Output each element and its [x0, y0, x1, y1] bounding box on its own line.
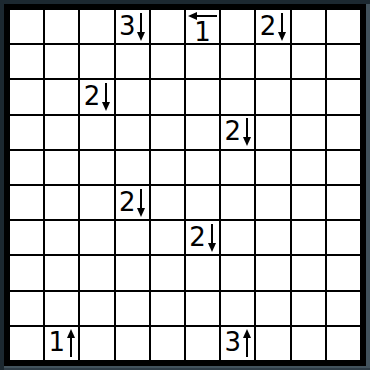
cell-r1c3[interactable] — [80, 10, 113, 43]
cell-r7c8[interactable] — [256, 221, 289, 254]
cell-r4c5[interactable] — [151, 116, 184, 149]
up-arrow-icon — [243, 329, 251, 357]
cell-r5c4[interactable] — [116, 151, 149, 184]
cell-r8c3[interactable] — [80, 256, 113, 289]
cell-r3c1[interactable] — [10, 80, 43, 113]
cell-r7c6: 2 — [186, 221, 219, 254]
cell-r9c3[interactable] — [80, 292, 113, 325]
clue-number: 2 — [119, 189, 136, 215]
cell-r6c6[interactable] — [186, 186, 219, 219]
clue-number: 2 — [189, 224, 206, 250]
cell-r10c4[interactable] — [116, 327, 149, 360]
cell-r4c10[interactable] — [327, 116, 360, 149]
cell-r8c6[interactable] — [186, 256, 219, 289]
cell-r3c9[interactable] — [292, 80, 325, 113]
cell-r1c5[interactable] — [151, 10, 184, 43]
cell-r7c5[interactable] — [151, 221, 184, 254]
cell-r9c9[interactable] — [292, 292, 325, 325]
cell-r8c2[interactable] — [45, 256, 78, 289]
cell-r9c2[interactable] — [45, 292, 78, 325]
cell-r4c9[interactable] — [292, 116, 325, 149]
cell-r4c4[interactable] — [116, 116, 149, 149]
cell-r5c3[interactable] — [80, 151, 113, 184]
cell-r9c5[interactable] — [151, 292, 184, 325]
cell-r5c10[interactable] — [327, 151, 360, 184]
cell-r5c7[interactable] — [221, 151, 254, 184]
cell-r10c3[interactable] — [80, 327, 113, 360]
cell-r6c4: 2 — [116, 186, 149, 219]
cell-r10c2: 1 — [45, 327, 78, 360]
cell-r6c8[interactable] — [256, 186, 289, 219]
puzzle-frame: 312222213 — [0, 0, 370, 370]
cell-r2c5[interactable] — [151, 45, 184, 78]
cell-r9c8[interactable] — [256, 292, 289, 325]
cell-r5c5[interactable] — [151, 151, 184, 184]
cell-r10c10[interactable] — [327, 327, 360, 360]
cell-r5c1[interactable] — [10, 151, 43, 184]
cell-r2c8[interactable] — [256, 45, 289, 78]
cell-r5c9[interactable] — [292, 151, 325, 184]
cell-r5c8[interactable] — [256, 151, 289, 184]
cell-r3c3: 2 — [80, 80, 113, 113]
cell-r2c9[interactable] — [292, 45, 325, 78]
cell-r3c10[interactable] — [327, 80, 360, 113]
clue-number: 2 — [84, 83, 101, 109]
cell-r2c4[interactable] — [116, 45, 149, 78]
cell-r4c2[interactable] — [45, 116, 78, 149]
down-arrow-icon — [243, 118, 251, 146]
cell-r9c10[interactable] — [327, 292, 360, 325]
clue-number: 1 — [49, 329, 66, 355]
cell-r2c7[interactable] — [221, 45, 254, 78]
cell-r10c8[interactable] — [256, 327, 289, 360]
cell-r3c5[interactable] — [151, 80, 184, 113]
cell-r10c9[interactable] — [292, 327, 325, 360]
cell-r10c1[interactable] — [10, 327, 43, 360]
cell-r3c6[interactable] — [186, 80, 219, 113]
cell-r2c10[interactable] — [327, 45, 360, 78]
cell-r7c4[interactable] — [116, 221, 149, 254]
cell-r10c7: 3 — [221, 327, 254, 360]
cell-r4c1[interactable] — [10, 116, 43, 149]
cell-r7c3[interactable] — [80, 221, 113, 254]
cell-r1c2[interactable] — [45, 10, 78, 43]
cell-r7c9[interactable] — [292, 221, 325, 254]
cell-r6c9[interactable] — [292, 186, 325, 219]
clue-number: 3 — [225, 329, 242, 355]
cell-r9c7[interactable] — [221, 292, 254, 325]
cell-r6c10[interactable] — [327, 186, 360, 219]
cell-r5c6[interactable] — [186, 151, 219, 184]
cell-r1c6: 1 — [186, 10, 219, 43]
down-arrow-icon — [137, 189, 145, 217]
cell-r6c2[interactable] — [45, 186, 78, 219]
cell-r6c3[interactable] — [80, 186, 113, 219]
cell-r6c7[interactable] — [221, 186, 254, 219]
cell-r1c7[interactable] — [221, 10, 254, 43]
cell-r10c5[interactable] — [151, 327, 184, 360]
cell-r3c8[interactable] — [256, 80, 289, 113]
clue-number: 1 — [194, 20, 211, 43]
cell-r8c4[interactable] — [116, 256, 149, 289]
cell-r3c2[interactable] — [45, 80, 78, 113]
cell-r8c5[interactable] — [151, 256, 184, 289]
cell-r4c7: 2 — [221, 116, 254, 149]
cell-r2c2[interactable] — [45, 45, 78, 78]
cell-r3c4[interactable] — [116, 80, 149, 113]
clue-number: 2 — [225, 118, 242, 144]
cell-r4c6[interactable] — [186, 116, 219, 149]
yajilin-board: 312222213 — [4, 4, 366, 366]
cell-r9c1[interactable] — [10, 292, 43, 325]
cell-r1c9[interactable] — [292, 10, 325, 43]
cell-r8c7[interactable] — [221, 256, 254, 289]
up-arrow-icon — [67, 329, 75, 357]
cell-r1c1[interactable] — [10, 10, 43, 43]
cell-r10c6[interactable] — [186, 327, 219, 360]
cell-r8c1[interactable] — [10, 256, 43, 289]
cell-r9c4[interactable] — [116, 292, 149, 325]
cell-r8c9[interactable] — [292, 256, 325, 289]
down-arrow-icon — [137, 13, 145, 41]
cell-r1c8: 2 — [256, 10, 289, 43]
cell-r9c6[interactable] — [186, 292, 219, 325]
cell-r2c6[interactable] — [186, 45, 219, 78]
cell-r2c3[interactable] — [80, 45, 113, 78]
down-arrow-icon — [278, 13, 286, 41]
cell-r5c2[interactable] — [45, 151, 78, 184]
cell-r8c8[interactable] — [256, 256, 289, 289]
clue-number: 2 — [260, 13, 277, 39]
cell-r7c10[interactable] — [327, 221, 360, 254]
down-arrow-icon — [102, 83, 110, 111]
cell-r4c8[interactable] — [256, 116, 289, 149]
cell-r7c7[interactable] — [221, 221, 254, 254]
cell-r3c7[interactable] — [221, 80, 254, 113]
cell-r6c5[interactable] — [151, 186, 184, 219]
cell-r8c10[interactable] — [327, 256, 360, 289]
cell-r2c1[interactable] — [10, 45, 43, 78]
down-arrow-icon — [208, 224, 216, 252]
cell-r6c1[interactable] — [10, 186, 43, 219]
cell-r4c3[interactable] — [80, 116, 113, 149]
cell-r1c10[interactable] — [327, 10, 360, 43]
board-grid: 312222213 — [10, 10, 360, 360]
clue-number: 3 — [119, 13, 136, 39]
cell-r7c1[interactable] — [10, 221, 43, 254]
cell-r7c2[interactable] — [45, 221, 78, 254]
cell-r1c4: 3 — [116, 10, 149, 43]
